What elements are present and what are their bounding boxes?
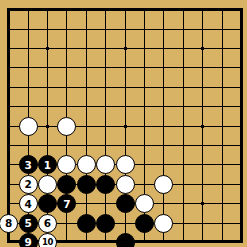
intersection-12-8[interactable] — [212, 136, 231, 155]
intersection-11-2[interactable] — [193, 19, 212, 38]
intersection-13-2[interactable] — [232, 19, 247, 38]
black-stone — [116, 233, 135, 247]
intersection-9-1[interactable] — [154, 0, 173, 19]
white-stone-move-8: 8 — [0, 214, 18, 233]
intersection-12-12[interactable] — [212, 213, 231, 232]
intersection-13-9[interactable] — [232, 155, 247, 174]
intersection-10-6[interactable] — [174, 97, 193, 116]
intersection-7-4[interactable] — [115, 58, 134, 77]
white-stone — [19, 117, 38, 136]
intersection-12-9[interactable] — [212, 155, 231, 174]
intersection-2-2[interactable] — [18, 19, 37, 38]
intersection-11-7[interactable] — [193, 116, 212, 135]
intersection-2-1[interactable] — [18, 0, 37, 19]
intersection-12-11[interactable] — [212, 194, 231, 213]
intersection-7-6[interactable] — [115, 97, 134, 116]
intersection-9-8[interactable] — [154, 136, 173, 155]
white-stone — [57, 117, 76, 136]
intersection-2-5[interactable] — [18, 78, 37, 97]
intersection-12-1[interactable] — [212, 0, 231, 19]
intersection-11-5[interactable] — [193, 78, 212, 97]
intersection-7-2[interactable] — [115, 19, 134, 38]
intersection-1-2[interactable] — [0, 19, 18, 38]
white-stone — [154, 175, 173, 194]
intersection-5-7[interactable] — [77, 116, 96, 135]
intersection-2-3[interactable] — [18, 39, 37, 58]
intersection-5-4[interactable] — [77, 58, 96, 77]
intersection-13-10[interactable] — [232, 175, 247, 194]
intersection-3-5[interactable] — [38, 78, 57, 97]
intersection-4-2[interactable] — [57, 19, 76, 38]
white-stone — [116, 175, 135, 194]
intersection-10-11[interactable] — [174, 194, 193, 213]
intersection-9-11[interactable] — [154, 194, 173, 213]
intersection-9-2[interactable] — [154, 19, 173, 38]
intersection-8-4[interactable] — [135, 58, 154, 77]
white-stone — [77, 155, 96, 174]
intersection-6-2[interactable] — [96, 19, 115, 38]
intersection-6-11[interactable] — [96, 194, 115, 213]
intersection-1-5[interactable] — [0, 78, 18, 97]
star-point — [46, 125, 49, 128]
intersection-4-6[interactable] — [57, 97, 76, 116]
intersection-1-9[interactable] — [0, 155, 18, 174]
white-stone — [116, 155, 135, 174]
intersection-9-3[interactable] — [154, 39, 173, 58]
intersection-5-12[interactable] — [77, 213, 96, 232]
intersection-4-1[interactable] — [57, 0, 76, 19]
black-stone — [57, 175, 76, 194]
intersection-12-13[interactable] — [212, 233, 231, 247]
intersection-3-12[interactable]: 6 — [38, 213, 57, 232]
intersection-6-4[interactable] — [96, 58, 115, 77]
intersection-7-10[interactable] — [115, 175, 134, 194]
white-stone-move-6: 6 — [38, 214, 57, 233]
intersection-5-11[interactable] — [77, 194, 96, 213]
intersection-4-10[interactable] — [57, 175, 76, 194]
intersection-5-10[interactable] — [77, 175, 96, 194]
intersection-3-13[interactable]: 10 — [38, 233, 57, 247]
star-point — [201, 202, 204, 205]
intersection-9-7[interactable] — [154, 116, 173, 135]
intersection-6-5[interactable] — [96, 78, 115, 97]
black-stone — [77, 175, 96, 194]
intersection-13-11[interactable] — [232, 194, 247, 213]
intersection-8-1[interactable] — [135, 0, 154, 19]
intersection-6-9[interactable] — [96, 155, 115, 174]
intersection-8-10[interactable] — [135, 175, 154, 194]
intersection-4-12[interactable] — [57, 213, 76, 232]
intersection-9-9[interactable] — [154, 155, 173, 174]
intersection-8-13[interactable] — [135, 233, 154, 247]
intersection-10-2[interactable] — [174, 19, 193, 38]
intersection-1-1[interactable] — [0, 0, 18, 19]
intersection-10-5[interactable] — [174, 78, 193, 97]
black-stone-move-9: 9 — [19, 233, 38, 247]
intersection-4-5[interactable] — [57, 78, 76, 97]
intersection-9-12[interactable] — [154, 213, 173, 232]
intersection-2-13[interactable]: 9 — [18, 233, 37, 247]
intersection-13-1[interactable] — [232, 0, 247, 19]
intersection-9-10[interactable] — [154, 175, 173, 194]
white-stone-move-4: 4 — [19, 194, 38, 213]
intersection-10-7[interactable] — [174, 116, 193, 135]
go-board: 31247856910 — [0, 0, 247, 247]
intersection-5-6[interactable] — [77, 97, 96, 116]
black-stone — [38, 194, 57, 213]
intersection-6-13[interactable] — [96, 233, 115, 247]
white-stone — [57, 155, 76, 174]
intersection-13-12[interactable] — [232, 213, 247, 232]
black-stone-move-1: 1 — [38, 155, 57, 174]
intersection-10-9[interactable] — [174, 155, 193, 174]
intersection-3-11[interactable] — [38, 194, 57, 213]
intersection-13-7[interactable] — [232, 116, 247, 135]
intersection-8-11[interactable] — [135, 194, 154, 213]
intersection-4-13[interactable] — [57, 233, 76, 247]
intersection-2-4[interactable] — [18, 58, 37, 77]
intersection-6-3[interactable] — [96, 39, 115, 58]
intersection-1-10[interactable] — [0, 175, 18, 194]
intersection-10-3[interactable] — [174, 39, 193, 58]
intersection-4-11[interactable]: 7 — [57, 194, 76, 213]
intersection-5-2[interactable] — [77, 19, 96, 38]
intersection-8-3[interactable] — [135, 39, 154, 58]
intersection-11-10[interactable] — [193, 175, 212, 194]
intersection-3-7[interactable] — [38, 116, 57, 135]
star-point — [201, 125, 204, 128]
intersection-3-2[interactable] — [38, 19, 57, 38]
intersection-12-7[interactable] — [212, 116, 231, 135]
intersection-4-7[interactable] — [57, 116, 76, 135]
intersection-11-12[interactable] — [193, 213, 212, 232]
white-stone — [38, 175, 57, 194]
intersection-5-5[interactable] — [77, 78, 96, 97]
go-diagram: 31247856910 — [0, 0, 247, 247]
intersection-3-1[interactable] — [38, 0, 57, 19]
intersection-3-10[interactable] — [38, 175, 57, 194]
intersection-7-5[interactable] — [115, 78, 134, 97]
white-stone — [96, 155, 115, 174]
intersection-10-1[interactable] — [174, 0, 193, 19]
intersection-8-9[interactable] — [135, 155, 154, 174]
black-stone-move-3: 3 — [19, 155, 38, 174]
intersection-3-8[interactable] — [38, 136, 57, 155]
intersection-12-10[interactable] — [212, 175, 231, 194]
intersection-8-5[interactable] — [135, 78, 154, 97]
intersection-2-7[interactable] — [18, 116, 37, 135]
intersection-8-7[interactable] — [135, 116, 154, 135]
intersection-3-3[interactable] — [38, 39, 57, 58]
star-point — [124, 125, 127, 128]
black-stone-move-7: 7 — [57, 194, 76, 213]
star-point — [124, 47, 127, 50]
intersection-13-8[interactable] — [232, 136, 247, 155]
intersection-9-4[interactable] — [154, 58, 173, 77]
intersection-4-9[interactable] — [57, 155, 76, 174]
intersection-10-10[interactable] — [174, 175, 193, 194]
intersection-3-6[interactable] — [38, 97, 57, 116]
intersection-8-2[interactable] — [135, 19, 154, 38]
intersection-11-8[interactable] — [193, 136, 212, 155]
intersection-10-13[interactable] — [174, 233, 193, 247]
intersection-7-1[interactable] — [115, 0, 134, 19]
black-stone — [116, 194, 135, 213]
intersection-12-5[interactable] — [212, 78, 231, 97]
intersection-10-12[interactable] — [174, 213, 193, 232]
intersection-5-9[interactable] — [77, 155, 96, 174]
intersection-1-11[interactable] — [0, 194, 18, 213]
intersection-5-3[interactable] — [77, 39, 96, 58]
intersection-6-7[interactable] — [96, 116, 115, 135]
intersection-2-11[interactable]: 4 — [18, 194, 37, 213]
black-stone-move-5: 5 — [19, 214, 38, 233]
intersection-4-8[interactable] — [57, 136, 76, 155]
intersection-8-12[interactable] — [135, 213, 154, 232]
intersection-9-5[interactable] — [154, 78, 173, 97]
intersection-11-4[interactable] — [193, 58, 212, 77]
intersection-5-13[interactable] — [77, 233, 96, 247]
intersection-4-4[interactable] — [57, 58, 76, 77]
intersection-6-6[interactable] — [96, 97, 115, 116]
black-stone — [96, 175, 115, 194]
intersection-8-6[interactable] — [135, 97, 154, 116]
intersection-11-3[interactable] — [193, 39, 212, 58]
intersection-10-4[interactable] — [174, 58, 193, 77]
intersection-13-3[interactable] — [232, 39, 247, 58]
intersection-10-8[interactable] — [174, 136, 193, 155]
intersection-2-12[interactable]: 5 — [18, 213, 37, 232]
intersection-7-8[interactable] — [115, 136, 134, 155]
intersection-12-3[interactable] — [212, 39, 231, 58]
star-point — [201, 47, 204, 50]
intersection-13-5[interactable] — [232, 78, 247, 97]
white-stone-move-10: 10 — [38, 233, 57, 247]
intersection-7-3[interactable] — [115, 39, 134, 58]
intersection-13-6[interactable] — [232, 97, 247, 116]
intersection-12-4[interactable] — [212, 58, 231, 77]
intersection-7-9[interactable] — [115, 155, 134, 174]
white-stone — [154, 214, 173, 233]
black-stone — [77, 214, 96, 233]
intersection-2-9[interactable]: 3 — [18, 155, 37, 174]
intersection-1-3[interactable] — [0, 39, 18, 58]
intersection-1-8[interactable] — [0, 136, 18, 155]
white-stone-move-2: 2 — [19, 175, 38, 194]
intersection-3-9[interactable]: 1 — [38, 155, 57, 174]
intersection-9-13[interactable] — [154, 233, 173, 247]
intersection-11-11[interactable] — [193, 194, 212, 213]
star-point — [46, 47, 49, 50]
intersection-2-8[interactable] — [18, 136, 37, 155]
intersection-7-12[interactable] — [115, 213, 134, 232]
black-stone — [135, 214, 154, 233]
intersection-5-1[interactable] — [77, 0, 96, 19]
intersection-9-6[interactable] — [154, 97, 173, 116]
intersection-12-2[interactable] — [212, 19, 231, 38]
intersection-1-13[interactable] — [0, 233, 18, 247]
intersection-6-10[interactable] — [96, 175, 115, 194]
intersection-8-8[interactable] — [135, 136, 154, 155]
intersection-6-12[interactable] — [96, 213, 115, 232]
intersection-3-4[interactable] — [38, 58, 57, 77]
intersection-11-1[interactable] — [193, 0, 212, 19]
intersection-1-4[interactable] — [0, 58, 18, 77]
intersection-5-8[interactable] — [77, 136, 96, 155]
intersection-13-13[interactable] — [232, 233, 247, 247]
white-stone — [135, 194, 154, 213]
intersection-6-1[interactable] — [96, 0, 115, 19]
intersection-7-7[interactable] — [115, 116, 134, 135]
intersection-11-9[interactable] — [193, 155, 212, 174]
intersection-7-13[interactable] — [115, 233, 134, 247]
intersection-12-6[interactable] — [212, 97, 231, 116]
intersection-11-6[interactable] — [193, 97, 212, 116]
intersection-6-8[interactable] — [96, 136, 115, 155]
intersection-1-7[interactable] — [0, 116, 18, 135]
intersection-11-13[interactable] — [193, 233, 212, 247]
intersection-2-6[interactable] — [18, 97, 37, 116]
intersection-2-10[interactable]: 2 — [18, 175, 37, 194]
intersection-7-11[interactable] — [115, 194, 134, 213]
intersection-4-3[interactable] — [57, 39, 76, 58]
black-stone — [96, 214, 115, 233]
intersection-1-6[interactable] — [0, 97, 18, 116]
intersection-13-4[interactable] — [232, 58, 247, 77]
intersection-1-12[interactable]: 8 — [0, 213, 18, 232]
